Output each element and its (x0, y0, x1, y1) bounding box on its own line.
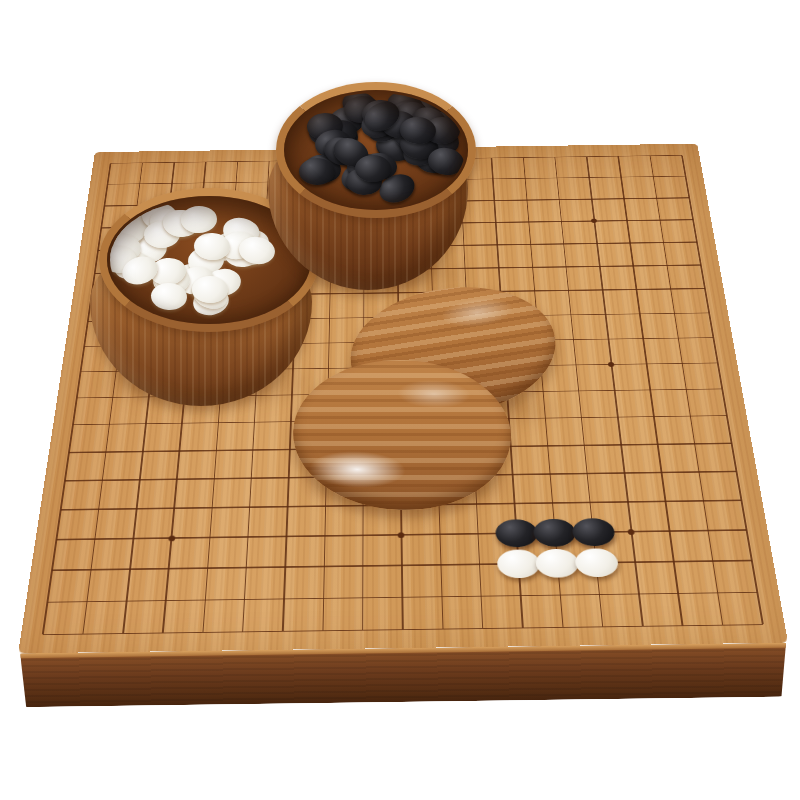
board-intersection[interactable] (621, 301, 659, 326)
board-intersection[interactable] (560, 378, 599, 405)
board-intersection[interactable] (480, 233, 515, 256)
board-intersection[interactable] (601, 146, 636, 167)
board-intersection[interactable] (735, 576, 780, 608)
board-intersection[interactable] (696, 577, 740, 609)
board-intersection[interactable] (534, 518, 575, 549)
board-intersection[interactable] (264, 583, 305, 616)
board-intersection[interactable] (160, 437, 199, 465)
board-intersection[interactable] (228, 522, 268, 553)
board-intersection[interactable] (618, 277, 655, 301)
board-intersection[interactable] (116, 494, 157, 524)
board-intersection[interactable] (584, 278, 621, 302)
board-intersection[interactable] (148, 553, 190, 585)
board-intersection[interactable] (187, 553, 228, 585)
board-intersection[interactable] (502, 611, 544, 644)
board-intersection[interactable] (199, 409, 237, 437)
board-intersection[interactable] (511, 211, 546, 234)
board-intersection[interactable] (682, 486, 724, 516)
board-intersection[interactable] (477, 189, 511, 211)
board-intersection[interactable] (590, 326, 628, 352)
board-intersection[interactable] (344, 520, 383, 551)
board-intersection[interactable] (141, 616, 184, 650)
board-intersection[interactable] (694, 325, 733, 351)
board-intersection[interactable] (674, 430, 715, 458)
board-intersection[interactable] (234, 436, 272, 464)
board-intersection[interactable] (634, 403, 674, 431)
board-intersection[interactable] (687, 515, 730, 546)
board-intersection[interactable] (422, 612, 463, 645)
black-stone (571, 518, 616, 546)
white-stone (496, 550, 540, 579)
black-stone-bowl (262, 82, 474, 294)
board-intersection[interactable] (154, 493, 194, 523)
board-intersection[interactable] (189, 151, 223, 172)
board-intersection[interactable] (267, 521, 306, 552)
board-intersection[interactable] (702, 376, 742, 403)
board-intersection[interactable] (513, 233, 548, 256)
board-intersection[interactable] (691, 546, 735, 578)
go-board-front-edge (20, 643, 787, 708)
board-intersection[interactable] (548, 255, 584, 279)
board-intersection[interactable] (621, 610, 665, 643)
board-intersection[interactable] (649, 254, 686, 278)
board-intersection[interactable] (631, 377, 670, 404)
board-intersection[interactable] (101, 617, 145, 651)
board-intersection[interactable] (221, 151, 254, 172)
board-intersection[interactable] (711, 429, 753, 457)
board-intersection[interactable] (476, 168, 510, 190)
board-intersection[interactable] (553, 302, 590, 327)
board-intersection[interactable] (562, 404, 601, 432)
board-intersection[interactable] (542, 611, 585, 644)
board-intersection[interactable] (671, 187, 707, 209)
board-intersection[interactable] (700, 609, 745, 642)
board-intersection[interactable] (642, 209, 678, 232)
board-intersection[interactable] (587, 302, 624, 327)
board-intersection[interactable] (82, 466, 123, 495)
board-intersection[interactable] (226, 552, 267, 584)
board-intersection[interactable] (649, 516, 691, 547)
board-intersection[interactable] (678, 457, 720, 486)
board-intersection[interactable] (222, 615, 264, 649)
board-intersection[interactable] (458, 519, 498, 550)
board-intersection[interactable] (119, 465, 159, 494)
board-intersection[interactable] (636, 166, 671, 188)
board-intersection[interactable] (86, 438, 126, 466)
board-intersection[interactable] (604, 458, 645, 487)
star-point (608, 362, 615, 367)
board-intersection[interactable] (197, 436, 236, 464)
board-intersection[interactable] (537, 548, 578, 580)
board-intersection[interactable] (670, 403, 711, 431)
board-intersection[interactable] (265, 551, 305, 583)
board-intersection[interactable] (598, 404, 638, 432)
board-intersection[interactable] (65, 585, 108, 618)
board-intersection[interactable] (528, 432, 567, 460)
board-intersection[interactable] (653, 546, 696, 578)
board-intersection[interactable] (498, 548, 539, 580)
board-intersection[interactable] (232, 464, 271, 493)
board-intersection[interactable] (303, 582, 343, 615)
board-intersection[interactable] (462, 612, 504, 645)
board-intersection[interactable] (112, 523, 154, 554)
board-intersection[interactable] (421, 549, 461, 581)
board-intersection[interactable] (510, 189, 544, 211)
board-intersection[interactable] (475, 147, 508, 168)
board-intersection[interactable] (479, 211, 513, 234)
board-intersection[interactable] (305, 521, 344, 552)
board-intersection[interactable] (666, 376, 706, 403)
board-intersection[interactable] (663, 350, 702, 376)
board-intersection[interactable] (678, 231, 715, 254)
board-intersection[interactable] (574, 188, 609, 210)
board-intersection[interactable] (595, 377, 634, 404)
black-stone-heap (287, 93, 465, 207)
board-intersection[interactable] (655, 301, 693, 326)
board-intersection[interactable] (481, 256, 516, 280)
board-intersection[interactable] (224, 583, 265, 616)
black-stone (495, 519, 539, 547)
board-intersection[interactable] (109, 554, 151, 586)
board-intersection[interactable] (189, 522, 230, 553)
board-intersection[interactable] (422, 580, 462, 613)
board-intersection[interactable] (542, 188, 577, 210)
board-intersection[interactable] (557, 352, 595, 378)
board-intersection[interactable] (624, 326, 662, 352)
board-intersection[interactable] (302, 614, 343, 647)
board-intersection[interactable] (657, 577, 701, 609)
board-intersection[interactable] (311, 330, 346, 356)
board-intersection[interactable] (89, 411, 129, 439)
board-intersection[interactable] (550, 278, 587, 302)
board-intersection[interactable] (698, 350, 738, 376)
board-intersection[interactable] (30, 555, 73, 587)
board-intersection[interactable] (496, 518, 536, 549)
board-intersection[interactable] (343, 614, 383, 647)
board-intersection[interactable] (604, 166, 639, 188)
board-intersection[interactable] (740, 608, 786, 641)
board-intersection[interactable] (609, 209, 645, 232)
black-stone-in-bowl (355, 154, 391, 181)
board-intersection[interactable] (343, 582, 383, 615)
board-intersection[interactable] (641, 458, 682, 487)
board-intersection[interactable] (546, 232, 582, 255)
board-intersection[interactable] (262, 615, 303, 648)
board-intersection[interactable] (105, 585, 148, 618)
board-intersection[interactable] (611, 516, 653, 547)
board-intersection[interactable] (312, 306, 347, 331)
board-intersection[interactable] (383, 581, 423, 614)
board-intersection[interactable] (577, 210, 613, 233)
board-intersection[interactable] (661, 609, 705, 642)
board-intersection[interactable] (236, 409, 274, 437)
board-intersection[interactable] (715, 457, 757, 486)
board-intersection[interactable] (181, 616, 223, 650)
board-intersection[interactable] (572, 167, 607, 189)
board-intersection[interactable] (638, 430, 679, 458)
board-intersection[interactable] (555, 327, 593, 353)
board-intersection[interactable] (35, 524, 78, 555)
star-point (591, 219, 597, 223)
white-stone (535, 549, 580, 578)
board-intersection[interactable] (582, 255, 618, 279)
board-intersection[interactable] (690, 300, 729, 325)
board-intersection[interactable] (617, 578, 660, 611)
board-intersection[interactable] (382, 520, 421, 551)
board-intersection[interactable] (184, 584, 226, 617)
board-intersection[interactable] (44, 466, 85, 495)
board-intersection[interactable] (151, 523, 192, 554)
board-intersection[interactable] (575, 547, 617, 579)
board-intersection[interactable] (614, 547, 657, 579)
board-intersection[interactable] (686, 277, 724, 301)
board-intersection[interactable] (601, 431, 641, 459)
board-intersection[interactable] (730, 545, 774, 577)
board-intersection[interactable] (530, 460, 570, 489)
board-intersection[interactable] (461, 580, 502, 613)
board-intersection[interactable] (508, 168, 542, 190)
board-intersection[interactable] (645, 487, 687, 517)
board-intersection[interactable] (570, 488, 611, 518)
board-intersection[interactable] (633, 145, 668, 166)
board-intersection[interactable] (123, 437, 163, 465)
board-intersection[interactable] (125, 152, 159, 173)
star-point (398, 532, 405, 538)
board-intersection[interactable] (460, 549, 500, 581)
board-intersection[interactable] (145, 584, 187, 617)
board-intersection[interactable] (607, 188, 642, 210)
board-intersection[interactable] (507, 147, 540, 168)
board-intersection[interactable] (579, 232, 615, 255)
board-intersection[interactable] (639, 187, 675, 209)
black-stone (533, 519, 577, 547)
board-intersection[interactable] (25, 586, 69, 619)
board-intersection[interactable] (725, 515, 769, 546)
black-bowl-mouth (276, 82, 476, 218)
board-intersection[interactable] (532, 488, 572, 518)
board-intersection[interactable] (382, 550, 421, 582)
board-intersection[interactable] (61, 617, 105, 651)
board-intersection[interactable] (420, 519, 459, 550)
board-intersection[interactable] (500, 579, 542, 612)
board-intersection[interactable] (720, 485, 763, 515)
board-intersection[interactable] (230, 492, 269, 522)
board-intersection[interactable] (93, 153, 128, 174)
board-intersection[interactable] (544, 210, 579, 233)
star-point (168, 535, 175, 541)
board-intersection[interactable] (74, 524, 116, 555)
board-intersection[interactable] (570, 146, 604, 167)
white-stone (574, 548, 619, 577)
board-intersection[interactable] (78, 494, 120, 524)
board-intersection[interactable] (652, 277, 690, 301)
board-intersection[interactable] (539, 579, 581, 612)
board-intersection[interactable] (53, 411, 93, 439)
go-set-product-photo (0, 0, 800, 800)
board-intersection[interactable] (682, 253, 720, 277)
board-intersection[interactable] (581, 610, 624, 643)
board-intersection[interactable] (343, 550, 382, 582)
star-point (628, 529, 635, 535)
board-intersection[interactable] (668, 166, 704, 188)
board-intersection[interactable] (567, 459, 607, 488)
board-intersection[interactable] (615, 254, 652, 278)
board-intersection[interactable] (49, 438, 90, 466)
board-intersection[interactable] (20, 618, 65, 652)
board-intersection[interactable] (578, 578, 621, 611)
board-intersection[interactable] (194, 464, 233, 493)
black-stone-in-bowl (299, 158, 335, 185)
board-intersection[interactable] (565, 431, 605, 459)
board-intersection[interactable] (192, 493, 232, 523)
board-intersection[interactable] (675, 208, 712, 231)
board-intersection[interactable] (304, 551, 344, 583)
board-intersection[interactable] (515, 256, 551, 280)
board-intersection[interactable] (157, 152, 191, 173)
board-intersection[interactable] (538, 147, 572, 168)
board-intersection[interactable] (664, 145, 699, 166)
board-intersection[interactable] (607, 487, 648, 517)
board-intersection[interactable] (659, 325, 698, 351)
white-stone-in-bowl (180, 206, 217, 234)
board-intersection[interactable] (126, 410, 165, 438)
board-intersection[interactable] (540, 167, 574, 189)
board-intersection[interactable] (592, 351, 630, 377)
board-intersection[interactable] (573, 517, 614, 548)
board-intersection[interactable] (162, 410, 201, 438)
board-intersection[interactable] (383, 613, 423, 646)
board-intersection[interactable] (645, 231, 682, 254)
board-intersection[interactable] (612, 231, 648, 254)
board-intersection[interactable] (628, 351, 667, 377)
board-intersection[interactable] (157, 465, 197, 494)
board-intersection[interactable] (706, 402, 747, 430)
board-intersection[interactable] (40, 495, 82, 525)
board-intersection[interactable] (69, 554, 112, 586)
